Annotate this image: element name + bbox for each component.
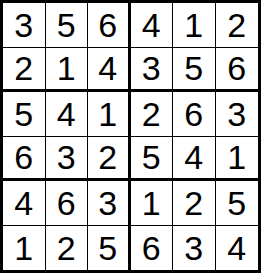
sudoku-cell-r2c3: 4 (88, 48, 131, 93)
sudoku-cell-r4c2: 3 (46, 137, 89, 182)
sudoku-cell-r3c3: 1 (88, 92, 131, 137)
sudoku-cell-r5c6: 5 (216, 181, 259, 226)
sudoku-cell-r1c2: 5 (46, 3, 89, 48)
sudoku-cell-r1c3: 6 (88, 3, 131, 48)
sudoku-cell-r6c6: 4 (216, 226, 259, 271)
sudoku-cell-r2c5: 5 (173, 48, 216, 93)
sudoku-cell-r6c1: 1 (3, 226, 46, 271)
sudoku-cell-r4c6: 1 (216, 137, 259, 182)
sudoku-board-wrapper: 356412214356541263632541463125125634 (0, 0, 261, 273)
sudoku-cell-r4c1: 6 (3, 137, 46, 182)
sudoku-cell-r2c1: 2 (3, 48, 46, 93)
sudoku-cell-r5c3: 3 (88, 181, 131, 226)
sudoku-cell-r4c4: 5 (131, 137, 174, 182)
sudoku-cell-r6c3: 5 (88, 226, 131, 271)
sudoku-cell-r1c4: 4 (131, 3, 174, 48)
sudoku-cell-r3c6: 3 (216, 92, 259, 137)
sudoku-cell-r2c4: 3 (131, 48, 174, 93)
sudoku-cell-r6c5: 3 (173, 226, 216, 271)
sudoku-board: 356412214356541263632541463125125634 (0, 0, 261, 273)
sudoku-cell-r3c2: 4 (46, 92, 89, 137)
sudoku-cell-r1c6: 2 (216, 3, 259, 48)
sudoku-cell-r1c5: 1 (173, 3, 216, 48)
sudoku-cell-r4c3: 2 (88, 137, 131, 182)
sudoku-cell-r1c1: 3 (3, 3, 46, 48)
sudoku-cell-r2c2: 1 (46, 48, 89, 93)
sudoku-cell-r3c1: 5 (3, 92, 46, 137)
sudoku-cell-r2c6: 6 (216, 48, 259, 93)
sudoku-cell-r5c5: 2 (173, 181, 216, 226)
sudoku-cell-r5c1: 4 (3, 181, 46, 226)
sudoku-cell-r5c4: 1 (131, 181, 174, 226)
sudoku-cell-r4c5: 4 (173, 137, 216, 182)
sudoku-cell-r3c4: 2 (131, 92, 174, 137)
sudoku-cell-r3c5: 6 (173, 92, 216, 137)
sudoku-cell-r6c2: 2 (46, 226, 89, 271)
sudoku-cell-r6c4: 6 (131, 226, 174, 271)
sudoku-cell-r5c2: 6 (46, 181, 89, 226)
